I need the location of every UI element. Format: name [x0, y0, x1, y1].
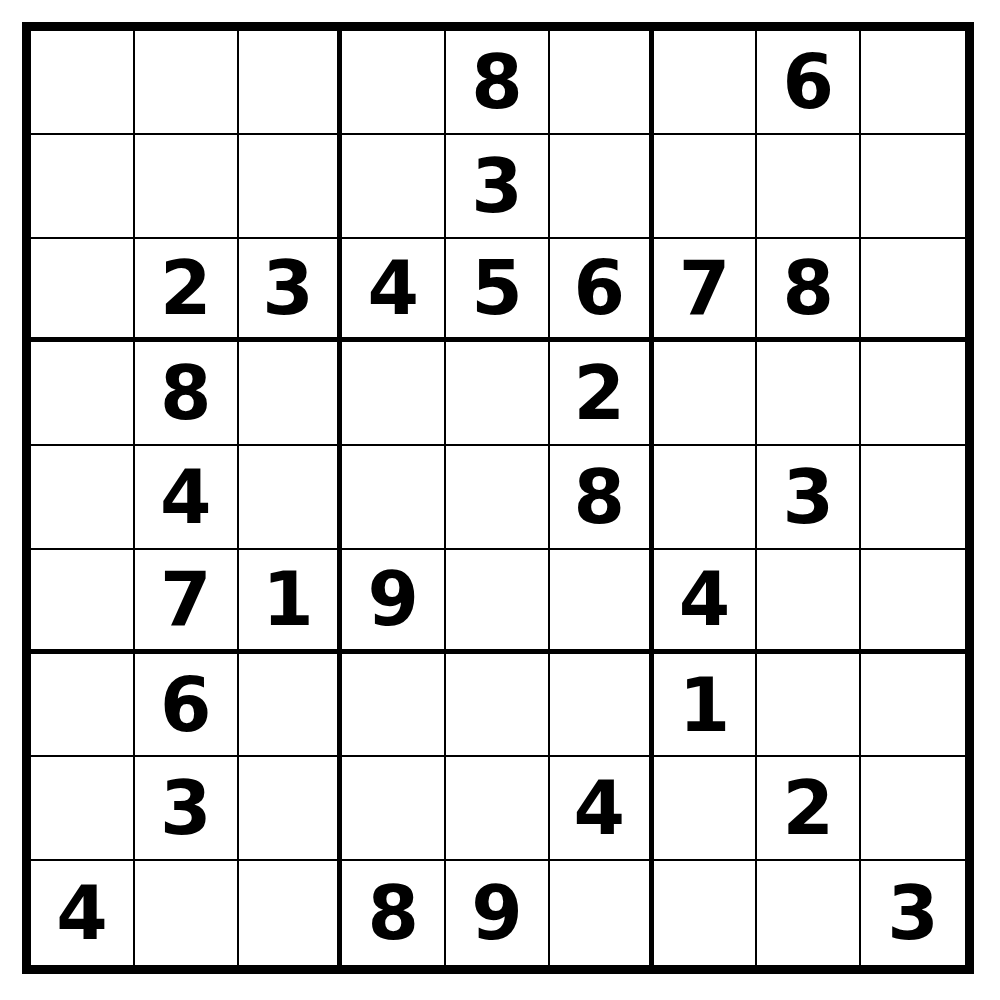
cell-r5c2[interactable]: 4 — [135, 446, 239, 550]
cell-r2c7[interactable] — [654, 135, 758, 239]
cell-r5c8[interactable]: 3 — [757, 446, 861, 550]
cell-r4c1[interactable] — [31, 342, 135, 446]
cell-r3c4[interactable]: 4 — [342, 239, 446, 343]
cell-r8c6[interactable]: 4 — [550, 757, 654, 861]
cell-r9c4[interactable]: 8 — [342, 861, 446, 965]
cell-r7c6[interactable] — [550, 654, 654, 758]
cell-r5c9[interactable] — [861, 446, 965, 550]
cell-r4c6[interactable]: 2 — [550, 342, 654, 446]
cell-r9c1[interactable]: 4 — [31, 861, 135, 965]
cell-r1c5[interactable]: 8 — [446, 31, 550, 135]
cell-r1c6[interactable] — [550, 31, 654, 135]
cell-r2c9[interactable] — [861, 135, 965, 239]
cell-r1c4[interactable] — [342, 31, 446, 135]
cell-r2c1[interactable] — [31, 135, 135, 239]
cell-r4c4[interactable] — [342, 342, 446, 446]
cell-r8c4[interactable] — [342, 757, 446, 861]
cell-r7c3[interactable] — [239, 654, 343, 758]
cell-r6c7[interactable]: 4 — [654, 550, 758, 654]
cell-r1c9[interactable] — [861, 31, 965, 135]
cell-r3c2[interactable]: 2 — [135, 239, 239, 343]
cell-r7c5[interactable] — [446, 654, 550, 758]
cell-r7c9[interactable] — [861, 654, 965, 758]
cell-r8c7[interactable] — [654, 757, 758, 861]
cell-r4c5[interactable] — [446, 342, 550, 446]
cell-r3c5[interactable]: 5 — [446, 239, 550, 343]
cell-r2c6[interactable] — [550, 135, 654, 239]
cell-r7c1[interactable] — [31, 654, 135, 758]
cell-r3c1[interactable] — [31, 239, 135, 343]
cell-r3c9[interactable] — [861, 239, 965, 343]
cell-r6c1[interactable] — [31, 550, 135, 654]
cell-r7c4[interactable] — [342, 654, 446, 758]
cell-r6c8[interactable] — [757, 550, 861, 654]
cell-r2c5[interactable]: 3 — [446, 135, 550, 239]
cell-r6c9[interactable] — [861, 550, 965, 654]
cell-r5c6[interactable]: 8 — [550, 446, 654, 550]
cell-r6c3[interactable]: 1 — [239, 550, 343, 654]
cell-r3c8[interactable]: 8 — [757, 239, 861, 343]
cell-r8c5[interactable] — [446, 757, 550, 861]
cell-r8c3[interactable] — [239, 757, 343, 861]
cell-r1c2[interactable] — [135, 31, 239, 135]
cell-r6c6[interactable] — [550, 550, 654, 654]
cell-r5c1[interactable] — [31, 446, 135, 550]
cell-r7c8[interactable] — [757, 654, 861, 758]
cell-r6c2[interactable]: 7 — [135, 550, 239, 654]
cell-r5c7[interactable] — [654, 446, 758, 550]
cell-r4c9[interactable] — [861, 342, 965, 446]
cell-r2c4[interactable] — [342, 135, 446, 239]
cell-r3c3[interactable]: 3 — [239, 239, 343, 343]
cell-r8c1[interactable] — [31, 757, 135, 861]
cell-r4c7[interactable] — [654, 342, 758, 446]
cell-r9c2[interactable] — [135, 861, 239, 965]
cell-r5c3[interactable] — [239, 446, 343, 550]
cell-r9c6[interactable] — [550, 861, 654, 965]
cell-r1c7[interactable] — [654, 31, 758, 135]
cell-r6c4[interactable]: 9 — [342, 550, 446, 654]
cell-r8c8[interactable]: 2 — [757, 757, 861, 861]
cell-r8c2[interactable]: 3 — [135, 757, 239, 861]
cell-r5c5[interactable] — [446, 446, 550, 550]
cell-r1c3[interactable] — [239, 31, 343, 135]
cell-r7c7[interactable]: 1 — [654, 654, 758, 758]
cell-r5c4[interactable] — [342, 446, 446, 550]
cell-r9c9[interactable]: 3 — [861, 861, 965, 965]
cell-r4c2[interactable]: 8 — [135, 342, 239, 446]
cell-r2c3[interactable] — [239, 135, 343, 239]
cell-r6c5[interactable] — [446, 550, 550, 654]
cell-r8c9[interactable] — [861, 757, 965, 861]
cell-r1c1[interactable] — [31, 31, 135, 135]
cell-r3c7[interactable]: 7 — [654, 239, 758, 343]
cell-r2c8[interactable] — [757, 135, 861, 239]
cell-r9c3[interactable] — [239, 861, 343, 965]
sudoku-board: 8632345678824837194613424893 — [22, 22, 974, 974]
cell-r3c6[interactable]: 6 — [550, 239, 654, 343]
cell-r9c7[interactable] — [654, 861, 758, 965]
cell-r4c3[interactable] — [239, 342, 343, 446]
cell-r1c8[interactable]: 6 — [757, 31, 861, 135]
cell-r2c2[interactable] — [135, 135, 239, 239]
cell-r9c5[interactable]: 9 — [446, 861, 550, 965]
cell-r9c8[interactable] — [757, 861, 861, 965]
cell-r4c8[interactable] — [757, 342, 861, 446]
cell-r7c2[interactable]: 6 — [135, 654, 239, 758]
